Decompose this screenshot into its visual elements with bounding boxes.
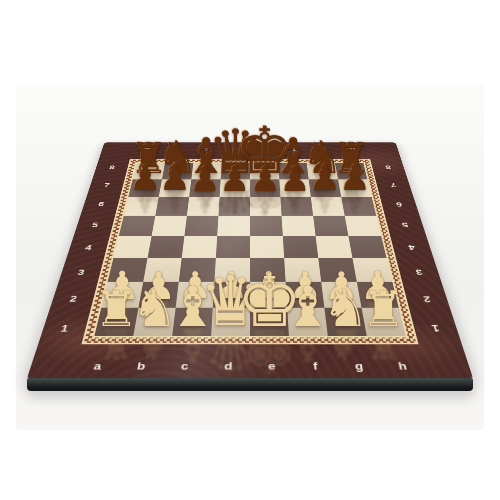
- square-c3: [179, 258, 216, 282]
- file-label-top-f: f: [279, 147, 309, 153]
- file-label-bottom-b: b: [118, 360, 164, 372]
- square-f2: [286, 282, 325, 308]
- square-a1: [94, 308, 138, 336]
- board-side-edge: [27, 378, 473, 391]
- rank-label-right-6: 6: [386, 194, 412, 214]
- square-e6: [250, 197, 282, 216]
- square-f5: [282, 216, 316, 236]
- square-a4: [113, 236, 151, 258]
- rank-label-right-2: 2: [411, 285, 443, 313]
- square-g3: [318, 258, 357, 282]
- squares-grid: [92, 162, 408, 337]
- square-d8: [221, 163, 250, 179]
- file-label-bottom-e: e: [250, 360, 294, 372]
- square-b4: [148, 236, 185, 258]
- chess-board: abcdefgh abcdefgh 87654321 87654321: [27, 142, 474, 379]
- rank-label-right-3: 3: [404, 260, 434, 286]
- square-e4: [250, 236, 284, 258]
- rank-label-left-3: 3: [66, 260, 96, 286]
- file-label-top-b: b: [161, 147, 191, 153]
- square-f4: [283, 236, 318, 258]
- square-c4: [182, 236, 217, 258]
- file-label-bottom-c: c: [162, 360, 207, 372]
- rank-label-right-1: 1: [419, 313, 453, 344]
- square-g4: [316, 236, 353, 258]
- square-d4: [216, 236, 250, 258]
- square-b3: [143, 258, 182, 282]
- square-g2: [321, 282, 361, 308]
- square-a8: [133, 163, 165, 179]
- square-c8: [191, 163, 221, 179]
- square-h3: [352, 258, 392, 282]
- square-a7: [128, 179, 162, 196]
- square-b5: [152, 216, 187, 236]
- square-b2: [138, 282, 178, 308]
- rank-label-left-7: 7: [94, 176, 119, 194]
- file-label-bottom-a: a: [74, 360, 120, 372]
- square-g5: [313, 216, 348, 236]
- square-h8: [335, 163, 367, 179]
- square-h1: [362, 308, 406, 336]
- square-b6: [155, 197, 189, 216]
- square-a6: [124, 197, 159, 216]
- file-label-bottom-d: d: [206, 360, 250, 372]
- file-label-top-d: d: [220, 147, 250, 153]
- square-h4: [348, 236, 386, 258]
- square-c7: [189, 179, 220, 196]
- file-label-top-g: g: [308, 147, 338, 153]
- file-label-top-e: e: [250, 147, 280, 153]
- square-f3: [284, 258, 321, 282]
- rank-label-right-4: 4: [398, 236, 427, 260]
- square-a3: [108, 258, 148, 282]
- rank-label-left-5: 5: [81, 214, 108, 236]
- rank-label-left-1: 1: [47, 313, 81, 344]
- square-f7: [279, 179, 310, 196]
- rank-label-right-5: 5: [392, 214, 419, 236]
- file-labels-top: abcdefgh: [132, 147, 369, 153]
- square-b1: [133, 308, 175, 336]
- rank-label-left-6: 6: [88, 194, 114, 214]
- square-d5: [217, 216, 250, 236]
- square-a2: [101, 282, 143, 308]
- square-e7: [250, 179, 280, 196]
- square-c6: [187, 197, 220, 216]
- square-b7: [159, 179, 192, 196]
- file-label-top-a: a: [132, 147, 163, 153]
- square-a5: [119, 216, 156, 236]
- square-c1: [172, 308, 213, 336]
- square-g1: [324, 308, 366, 336]
- square-e3: [250, 258, 286, 282]
- rank-label-right-7: 7: [381, 176, 406, 194]
- square-g8: [307, 163, 338, 179]
- square-d1: [211, 308, 250, 336]
- product-photo: abcdefgh abcdefgh 87654321 87654321 ♜♜♞♞…: [0, 0, 500, 500]
- square-e1: [250, 308, 289, 336]
- square-h6: [341, 197, 376, 216]
- file-labels-bottom: abcdefgh: [74, 360, 426, 372]
- square-e2: [250, 282, 287, 308]
- square-c2: [176, 282, 215, 308]
- file-label-bottom-f: f: [293, 360, 338, 372]
- rank-label-left-8: 8: [100, 159, 124, 176]
- square-f6: [280, 197, 313, 216]
- square-e5: [250, 216, 283, 236]
- file-label-bottom-h: h: [379, 360, 425, 372]
- square-f8: [278, 163, 308, 179]
- square-b8: [162, 163, 193, 179]
- square-f1: [287, 308, 328, 336]
- inlay-checker-border: [81, 159, 418, 344]
- square-e8: [250, 163, 279, 179]
- square-h5: [345, 216, 382, 236]
- square-d2: [213, 282, 250, 308]
- square-d6: [218, 197, 250, 216]
- square-g6: [311, 197, 345, 216]
- square-h7: [338, 179, 372, 196]
- square-d3: [214, 258, 250, 282]
- file-label-top-h: h: [338, 147, 369, 153]
- square-g7: [309, 179, 342, 196]
- rank-label-left-4: 4: [74, 236, 103, 260]
- rank-label-left-2: 2: [57, 285, 89, 313]
- rank-label-right-8: 8: [376, 159, 400, 176]
- file-label-top-c: c: [191, 147, 221, 153]
- square-h2: [357, 282, 399, 308]
- file-label-bottom-g: g: [336, 360, 382, 372]
- square-d7: [220, 179, 250, 196]
- square-c5: [184, 216, 218, 236]
